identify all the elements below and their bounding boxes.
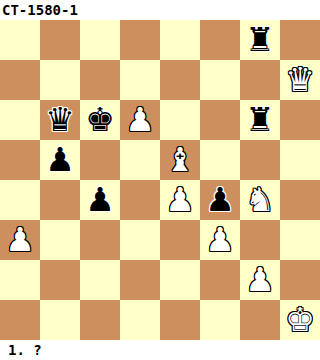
square-g1[interactable] (240, 300, 280, 340)
white-pawn-piece[interactable]: ♟ (160, 180, 200, 220)
square-g7[interactable] (240, 60, 280, 100)
square-a7[interactable] (0, 60, 40, 100)
square-g6[interactable]: ♜ (240, 100, 280, 140)
square-e7[interactable] (160, 60, 200, 100)
square-f3[interactable]: ♟ (200, 220, 240, 260)
square-d8[interactable] (120, 20, 160, 60)
square-a2[interactable] (0, 260, 40, 300)
square-c8[interactable] (80, 20, 120, 60)
puzzle-id-label: CT-1580-1 (0, 0, 78, 20)
square-h3[interactable] (280, 220, 320, 260)
black-pawn-piece[interactable]: ♟ (80, 180, 120, 220)
square-b8[interactable] (40, 20, 80, 60)
square-b3[interactable] (40, 220, 80, 260)
square-h5[interactable] (280, 140, 320, 180)
square-f8[interactable] (200, 20, 240, 60)
square-g2[interactable]: ♟ (240, 260, 280, 300)
square-d7[interactable] (120, 60, 160, 100)
square-d2[interactable] (120, 260, 160, 300)
square-e4[interactable]: ♟ (160, 180, 200, 220)
square-f1[interactable] (200, 300, 240, 340)
square-b4[interactable] (40, 180, 80, 220)
square-c3[interactable] (80, 220, 120, 260)
square-h6[interactable] (280, 100, 320, 140)
square-c2[interactable] (80, 260, 120, 300)
white-pawn-piece[interactable]: ♟ (120, 100, 160, 140)
diagram-footer: 1. ? (0, 340, 320, 360)
square-f5[interactable] (200, 140, 240, 180)
square-f2[interactable] (200, 260, 240, 300)
square-a5[interactable] (0, 140, 40, 180)
square-g8[interactable]: ♜ (240, 20, 280, 60)
chess-board: ♜♛♛♚♟♜♟♝♟♟♟♞♟♟♟♚ (0, 20, 320, 340)
white-knight-piece[interactable]: ♞ (240, 180, 280, 220)
black-king-piece[interactable]: ♚ (80, 100, 120, 140)
square-d3[interactable] (120, 220, 160, 260)
black-rook-piece[interactable]: ♜ (240, 100, 280, 140)
square-b7[interactable] (40, 60, 80, 100)
square-a6[interactable] (0, 100, 40, 140)
square-h1[interactable]: ♚ (280, 300, 320, 340)
square-f6[interactable] (200, 100, 240, 140)
square-a4[interactable] (0, 180, 40, 220)
square-h2[interactable] (280, 260, 320, 300)
square-e2[interactable] (160, 260, 200, 300)
square-b6[interactable]: ♛ (40, 100, 80, 140)
square-e3[interactable] (160, 220, 200, 260)
square-c4[interactable]: ♟ (80, 180, 120, 220)
square-e6[interactable] (160, 100, 200, 140)
square-d6[interactable]: ♟ (120, 100, 160, 140)
square-e1[interactable] (160, 300, 200, 340)
white-pawn-piece[interactable]: ♟ (0, 220, 40, 260)
square-h8[interactable] (280, 20, 320, 60)
square-b2[interactable] (40, 260, 80, 300)
square-f4[interactable]: ♟ (200, 180, 240, 220)
square-c1[interactable] (80, 300, 120, 340)
square-a1[interactable] (0, 300, 40, 340)
square-g3[interactable] (240, 220, 280, 260)
square-g5[interactable] (240, 140, 280, 180)
square-e5[interactable]: ♝ (160, 140, 200, 180)
square-b5[interactable]: ♟ (40, 140, 80, 180)
square-f7[interactable] (200, 60, 240, 100)
square-c6[interactable]: ♚ (80, 100, 120, 140)
square-e8[interactable] (160, 20, 200, 60)
black-queen-piece[interactable]: ♛ (40, 100, 80, 140)
square-d4[interactable] (120, 180, 160, 220)
white-queen-piece[interactable]: ♛ (280, 60, 320, 100)
white-king-piece[interactable]: ♚ (280, 300, 320, 340)
white-pawn-piece[interactable]: ♟ (240, 260, 280, 300)
square-d5[interactable] (120, 140, 160, 180)
square-a8[interactable] (0, 20, 40, 60)
square-c5[interactable] (80, 140, 120, 180)
square-h7[interactable]: ♛ (280, 60, 320, 100)
black-pawn-piece[interactable]: ♟ (200, 180, 240, 220)
square-d1[interactable] (120, 300, 160, 340)
square-h4[interactable] (280, 180, 320, 220)
square-g4[interactable]: ♞ (240, 180, 280, 220)
square-a3[interactable]: ♟ (0, 220, 40, 260)
white-bishop-piece[interactable]: ♝ (160, 140, 200, 180)
square-c7[interactable] (80, 60, 120, 100)
black-rook-piece[interactable]: ♜ (240, 20, 280, 60)
black-pawn-piece[interactable]: ♟ (40, 140, 80, 180)
white-pawn-piece[interactable]: ♟ (200, 220, 240, 260)
square-b1[interactable] (40, 300, 80, 340)
diagram-header: CT-1580-1 (0, 0, 320, 20)
move-prompt-label: 1. ? (0, 340, 42, 360)
